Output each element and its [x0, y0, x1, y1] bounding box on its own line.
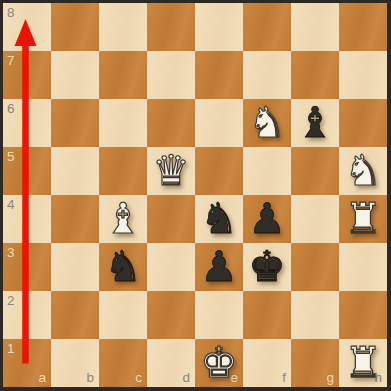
- black-pawn[interactable]: ♟: [243, 195, 291, 243]
- square-d4[interactable]: [147, 195, 195, 243]
- square-c3[interactable]: ♞: [99, 243, 147, 291]
- square-a2[interactable]: 2: [3, 291, 51, 339]
- square-b8[interactable]: [51, 3, 99, 51]
- white-king[interactable]: ♚: [195, 339, 243, 387]
- white-rook[interactable]: ♜: [339, 195, 387, 243]
- square-a5[interactable]: 5: [3, 147, 51, 195]
- rank-label-1: 1: [7, 341, 15, 356]
- square-h4[interactable]: ♜: [339, 195, 387, 243]
- square-b7[interactable]: [51, 51, 99, 99]
- file-label-a: a: [38, 370, 46, 385]
- square-f1[interactable]: f: [243, 339, 291, 387]
- square-c7[interactable]: [99, 51, 147, 99]
- square-b5[interactable]: [51, 147, 99, 195]
- square-e5[interactable]: [195, 147, 243, 195]
- rank-label-8: 8: [7, 5, 15, 20]
- square-c4[interactable]: ♝: [99, 195, 147, 243]
- square-c5[interactable]: [99, 147, 147, 195]
- square-b4[interactable]: [51, 195, 99, 243]
- square-g3[interactable]: [291, 243, 339, 291]
- square-c2[interactable]: [99, 291, 147, 339]
- chess-board: 876♞♝5♛♞4♝♞♟♜3♞♟♚21abcde♚fgh♜: [3, 3, 387, 387]
- rank-label-2: 2: [7, 293, 15, 308]
- square-a3[interactable]: 3: [3, 243, 51, 291]
- square-e7[interactable]: [195, 51, 243, 99]
- square-e2[interactable]: [195, 291, 243, 339]
- square-f8[interactable]: [243, 3, 291, 51]
- square-c1[interactable]: c: [99, 339, 147, 387]
- square-b3[interactable]: [51, 243, 99, 291]
- square-f4[interactable]: ♟: [243, 195, 291, 243]
- square-g6[interactable]: ♝: [291, 99, 339, 147]
- square-e1[interactable]: e♚: [195, 339, 243, 387]
- square-e6[interactable]: [195, 99, 243, 147]
- white-knight[interactable]: ♞: [243, 99, 291, 147]
- square-f7[interactable]: [243, 51, 291, 99]
- square-b2[interactable]: [51, 291, 99, 339]
- square-b1[interactable]: b: [51, 339, 99, 387]
- file-label-g: g: [326, 370, 334, 385]
- square-c8[interactable]: [99, 3, 147, 51]
- square-g2[interactable]: [291, 291, 339, 339]
- square-a8[interactable]: 8: [3, 3, 51, 51]
- rank-label-7: 7: [7, 53, 15, 68]
- file-label-c: c: [135, 370, 142, 385]
- square-g8[interactable]: [291, 3, 339, 51]
- square-d2[interactable]: [147, 291, 195, 339]
- square-g7[interactable]: [291, 51, 339, 99]
- white-queen[interactable]: ♛: [147, 147, 195, 195]
- white-bishop[interactable]: ♝: [99, 195, 147, 243]
- white-knight[interactable]: ♞: [339, 147, 387, 195]
- black-knight[interactable]: ♞: [195, 195, 243, 243]
- square-d5[interactable]: ♛: [147, 147, 195, 195]
- square-f2[interactable]: [243, 291, 291, 339]
- square-e4[interactable]: ♞: [195, 195, 243, 243]
- square-d8[interactable]: [147, 3, 195, 51]
- square-c6[interactable]: [99, 99, 147, 147]
- file-label-f: f: [282, 370, 286, 385]
- square-d1[interactable]: d: [147, 339, 195, 387]
- chess-board-frame: 876♞♝5♛♞4♝♞♟♜3♞♟♚21abcde♚fgh♜: [0, 0, 391, 391]
- white-rook[interactable]: ♜: [339, 339, 387, 387]
- square-h5[interactable]: ♞: [339, 147, 387, 195]
- square-g4[interactable]: [291, 195, 339, 243]
- square-g1[interactable]: g: [291, 339, 339, 387]
- square-a4[interactable]: 4: [3, 195, 51, 243]
- square-a7[interactable]: 7: [3, 51, 51, 99]
- square-a6[interactable]: 6: [3, 99, 51, 147]
- square-g5[interactable]: [291, 147, 339, 195]
- square-b6[interactable]: [51, 99, 99, 147]
- black-bishop[interactable]: ♝: [291, 99, 339, 147]
- square-f6[interactable]: ♞: [243, 99, 291, 147]
- square-e3[interactable]: ♟: [195, 243, 243, 291]
- rank-label-5: 5: [7, 149, 15, 164]
- rank-label-4: 4: [7, 197, 15, 212]
- square-h3[interactable]: [339, 243, 387, 291]
- square-d6[interactable]: [147, 99, 195, 147]
- square-f5[interactable]: [243, 147, 291, 195]
- black-knight[interactable]: ♞: [99, 243, 147, 291]
- file-label-d: d: [182, 370, 190, 385]
- square-h1[interactable]: h♜: [339, 339, 387, 387]
- square-e8[interactable]: [195, 3, 243, 51]
- file-label-b: b: [86, 370, 94, 385]
- square-d3[interactable]: [147, 243, 195, 291]
- black-king[interactable]: ♚: [243, 243, 291, 291]
- rank-label-6: 6: [7, 101, 15, 116]
- square-h2[interactable]: [339, 291, 387, 339]
- square-d7[interactable]: [147, 51, 195, 99]
- square-h8[interactable]: [339, 3, 387, 51]
- square-f3[interactable]: ♚: [243, 243, 291, 291]
- black-pawn[interactable]: ♟: [195, 243, 243, 291]
- rank-label-3: 3: [7, 245, 15, 260]
- square-a1[interactable]: 1a: [3, 339, 51, 387]
- square-h7[interactable]: [339, 51, 387, 99]
- square-h6[interactable]: [339, 99, 387, 147]
